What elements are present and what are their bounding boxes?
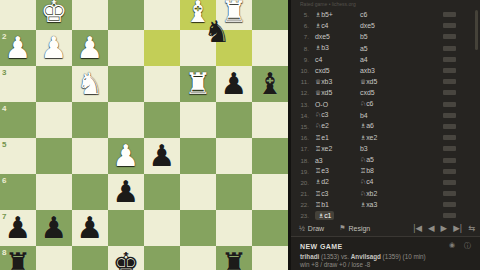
square-g2[interactable]: ♟: [36, 30, 72, 66]
square-f6[interactable]: [72, 174, 108, 210]
nav-first-icon[interactable]: |◀: [413, 223, 422, 233]
square-f3[interactable]: ♞: [72, 66, 108, 102]
white-move[interactable]: dxe5: [315, 33, 330, 40]
move-number: 18.: [296, 157, 309, 164]
move-time-badge: [443, 34, 456, 39]
white-move[interactable]: ♖b1: [315, 201, 329, 208]
chess-board[interactable]: ♚♝♜♟♟♟♞♜♟♝♟♟♟♟♟♟♜♚♜2345678: [0, 0, 288, 270]
square-a6[interactable]: [252, 174, 288, 210]
black-move[interactable]: c6: [360, 11, 405, 18]
square-c7[interactable]: [180, 210, 216, 246]
move-row-23: 23.♗c1: [296, 210, 477, 221]
white-move[interactable]: ♕xd5: [315, 89, 332, 96]
square-a5[interactable]: [252, 138, 288, 174]
square-d2[interactable]: [144, 30, 180, 66]
move-time-badge: [443, 202, 456, 207]
white-move[interactable]: c4: [315, 56, 322, 63]
white-king-g1[interactable]: ♚: [36, 0, 72, 30]
square-d6[interactable]: [144, 174, 180, 210]
black-move[interactable]: b4: [360, 112, 405, 119]
square-f1[interactable]: [72, 0, 108, 30]
black-move[interactable]: ♗xa3: [360, 201, 405, 209]
square-a2[interactable]: [252, 30, 288, 66]
move-time-badge: [443, 23, 456, 28]
move-number: 9.: [296, 56, 309, 63]
rank-label-4: 4: [2, 104, 12, 113]
move-time-badge: [443, 90, 456, 95]
square-g8[interactable]: [36, 246, 72, 270]
square-d3[interactable]: [144, 66, 180, 102]
move-row-19: 19.♖e3♖b8: [296, 166, 477, 177]
move-number: 5.: [296, 11, 309, 18]
move-time-badge: [443, 102, 456, 107]
move-time-badge: [443, 180, 456, 185]
nav-next-icon[interactable]: ▶: [441, 223, 448, 233]
vs-label: vs.: [341, 253, 349, 260]
move-number: 15.: [296, 123, 309, 130]
black-move[interactable]: ♕xd5: [360, 78, 405, 86]
square-h1[interactable]: [0, 0, 36, 30]
black-move[interactable]: a4: [360, 56, 405, 63]
black-move[interactable]: axb3: [360, 67, 405, 74]
move-time-badge: [443, 46, 456, 51]
square-e5[interactable]: ♟: [108, 138, 144, 174]
square-d1[interactable]: [144, 0, 180, 30]
move-number: 22.: [296, 201, 309, 208]
nav-prev-icon[interactable]: ◀: [428, 223, 435, 233]
nav-last-icon[interactable]: ▶|: [453, 223, 462, 233]
square-e6[interactable]: ♟: [108, 174, 144, 210]
square-a3[interactable]: ♝: [252, 66, 288, 102]
move-number: 8.: [296, 45, 309, 52]
move-time-badge: [443, 135, 456, 140]
black-move[interactable]: ♗a6: [360, 122, 405, 130]
square-g3[interactable]: [36, 66, 72, 102]
square-d8[interactable]: [144, 246, 180, 270]
square-f5[interactable]: [72, 138, 108, 174]
move-row-11: 11.♕xb3♕xd5: [296, 76, 477, 87]
square-b5[interactable]: [216, 138, 252, 174]
black-move[interactable]: ♘xb2: [360, 190, 405, 198]
new-game-title: NEW GAME: [300, 243, 342, 250]
move-time-badge: [443, 57, 456, 62]
square-f4[interactable]: [72, 102, 108, 138]
move-row-12: 12.♕xd5cxd5: [296, 87, 477, 98]
rank-label-7: 7: [2, 212, 12, 221]
white-move[interactable]: ♖e3: [315, 167, 329, 174]
black-move[interactable]: dxe5: [360, 22, 405, 29]
move-number: 13.: [296, 101, 309, 108]
black-player-rating: (1359): [383, 253, 401, 260]
black-pawn-f7[interactable]: ♟: [72, 210, 108, 246]
black-move[interactable]: ♘c6: [360, 100, 405, 108]
white-move[interactable]: ♖xe2: [315, 145, 332, 152]
black-king-e8[interactable]: ♚: [108, 246, 144, 270]
move-navigation: |◀ ◀ ▶ ▶| ⇆: [413, 223, 475, 233]
black-move[interactable]: ♗xe2: [360, 134, 405, 142]
square-e4[interactable]: [108, 102, 144, 138]
square-c5[interactable]: [180, 138, 216, 174]
move-row-8: 8.♗b3a5: [296, 43, 477, 54]
move-number: 12.: [296, 89, 309, 96]
move-row-14: 14.♘c3b4: [296, 110, 477, 121]
black-move[interactable]: ♘c4: [360, 178, 405, 186]
resign-label: Resign: [348, 225, 370, 232]
square-a8[interactable]: [252, 246, 288, 270]
move-time-badge: [443, 124, 456, 129]
players-line: trihadi (1353) vs. Anvilsagd (1359) (10 …: [300, 253, 471, 260]
white-move[interactable]: ♘e2: [315, 122, 329, 129]
black-move[interactable]: b5: [360, 33, 405, 40]
move-row-17: 17.♖xe2b3: [296, 143, 477, 154]
game-side-panel: Rated game • lichess.org 5.♗b5+c66.♗c4dx…: [288, 0, 480, 270]
move-row-5: 5.♗b5+c6: [296, 9, 477, 20]
draw-label: Draw: [308, 225, 324, 232]
white-move[interactable]: a3: [315, 157, 323, 164]
move-row-15: 15.♘e2♗a6: [296, 121, 477, 132]
square-f2[interactable]: ♟: [72, 30, 108, 66]
black-pawn-d5[interactable]: ♟: [144, 138, 180, 174]
move-row-9: 9.c4a4: [296, 54, 477, 65]
white-move[interactable]: ♗c1: [315, 211, 334, 220]
new-game-section: NEW GAME ◉ ⓘ trihadi (1353) vs. Anvilsag…: [291, 236, 480, 270]
lichess-game-screen: { "game": "chess", "orientation": "black…: [0, 0, 480, 270]
move-number: 19.: [296, 168, 309, 175]
black-move[interactable]: cxd5: [360, 89, 405, 96]
white-pawn-f2[interactable]: ♟: [72, 30, 108, 66]
move-time-badge: [443, 169, 456, 174]
square-b4[interactable]: [216, 102, 252, 138]
game-meta-line: Rated game • lichess.org: [300, 1, 474, 8]
move-number: 21.: [296, 190, 309, 197]
white-rook-c3[interactable]: ♜: [180, 66, 216, 102]
square-e1[interactable]: [108, 0, 144, 30]
square-d4[interactable]: [144, 102, 180, 138]
white-pawn-e5[interactable]: ♟: [108, 138, 144, 174]
time-control: (10 min): [403, 253, 426, 260]
black-rook-b8[interactable]: ♜: [216, 246, 252, 270]
square-c6[interactable]: [180, 174, 216, 210]
white-move[interactable]: ♗b5+: [315, 11, 333, 18]
square-a1[interactable]: [252, 0, 288, 30]
square-b3[interactable]: ♟: [216, 66, 252, 102]
square-g7[interactable]: ♟: [36, 210, 72, 246]
white-move[interactable]: ♗c4: [315, 22, 328, 29]
black-pawn-e6[interactable]: ♟: [108, 174, 144, 210]
square-a4[interactable]: [252, 102, 288, 138]
move-number: 23.: [296, 212, 309, 219]
move-time-badge: [443, 68, 456, 73]
white-move[interactable]: ♕xb3: [315, 78, 332, 85]
square-d5[interactable]: ♟: [144, 138, 180, 174]
rank-label-6: 6: [2, 176, 12, 185]
square-d7[interactable]: [144, 210, 180, 246]
white-player-name[interactable]: trihadi: [300, 253, 319, 260]
black-move[interactable]: ♖b8: [360, 167, 405, 175]
move-number: 6.: [296, 22, 309, 29]
rank-label-8: 8: [2, 248, 12, 257]
white-move[interactable]: O-O: [315, 101, 328, 108]
white-pawn-g2[interactable]: ♟: [36, 30, 72, 66]
move-row-21: 21.♖c3♘xb2: [296, 188, 477, 199]
move-time-badge: [443, 12, 456, 17]
square-f8[interactable]: [72, 246, 108, 270]
move-row-6: 6.♗c4dxe5: [296, 20, 477, 31]
square-g6[interactable]: [36, 174, 72, 210]
move-list-scrollbar[interactable]: [475, 10, 478, 50]
black-pawn-b3[interactable]: ♟: [216, 66, 252, 102]
move-number: 10.: [296, 67, 309, 74]
white-move[interactable]: ♖e1: [315, 134, 329, 141]
move-number: 17.: [296, 145, 309, 152]
square-g1[interactable]: ♚: [36, 0, 72, 30]
draw-button[interactable]: ½ Draw: [299, 225, 324, 232]
square-e3[interactable]: [108, 66, 144, 102]
black-pawn-g7[interactable]: ♟: [36, 210, 72, 246]
move-number: 7.: [296, 33, 309, 40]
flag-icon: ⚑: [339, 224, 345, 232]
white-knight-f3[interactable]: ♞: [72, 66, 108, 102]
move-number: 14.: [296, 112, 309, 119]
square-b8[interactable]: ♜: [216, 246, 252, 270]
square-b6[interactable]: [216, 174, 252, 210]
square-b7[interactable]: [216, 210, 252, 246]
white-move[interactable]: ♘c3: [315, 111, 328, 118]
info-icon[interactable]: ⓘ: [464, 241, 471, 251]
dragged-black-knight[interactable]: ♞: [199, 13, 235, 49]
move-number: 11.: [296, 78, 309, 85]
black-player-name[interactable]: Anvilsagd: [351, 253, 381, 260]
move-row-20: 20.♗d2♘c4: [296, 177, 477, 188]
square-c3[interactable]: ♜: [180, 66, 216, 102]
square-e2[interactable]: [108, 30, 144, 66]
rank-label-2: 2: [2, 32, 12, 41]
move-row-7: 7.dxe5b5: [296, 31, 477, 42]
white-move[interactable]: ♗b3: [315, 44, 329, 51]
square-c8[interactable]: [180, 246, 216, 270]
move-row-22: 22.♖b1♗xa3: [296, 199, 477, 210]
spectators-icon[interactable]: ◉: [449, 241, 455, 251]
white-move[interactable]: ♗d2: [315, 178, 329, 185]
rank-label-3: 3: [2, 68, 12, 77]
move-row-16: 16.♖e1♗xe2: [296, 132, 477, 143]
square-c4[interactable]: [180, 102, 216, 138]
move-row-10: 10.cxd5axb3: [296, 65, 477, 76]
black-move[interactable]: b3: [360, 145, 405, 152]
move-number: 16.: [296, 134, 309, 141]
resign-button[interactable]: ⚑ Resign: [339, 224, 370, 232]
move-number: 20.: [296, 179, 309, 186]
black-move[interactable]: a5: [360, 45, 405, 52]
move-time-badge: [443, 79, 456, 84]
nav-flip-icon[interactable]: ⇆: [468, 223, 475, 233]
move-time-badge: [443, 191, 456, 196]
move-row-18: 18.a3♘a5: [296, 154, 477, 165]
move-row-13: 13.O-O♘c6: [296, 99, 477, 110]
square-e7[interactable]: [108, 210, 144, 246]
half-point-icon: ½: [299, 225, 305, 232]
rank-label-5: 5: [2, 140, 12, 149]
black-bishop-a3[interactable]: ♝: [252, 66, 288, 102]
move-time-badge: [443, 213, 456, 218]
square-f7[interactable]: ♟: [72, 210, 108, 246]
move-time-badge: [443, 113, 456, 118]
white-move[interactable]: ♖c3: [315, 190, 328, 197]
white-player-rating: (1353): [321, 253, 339, 260]
move-time-badge: [443, 146, 456, 151]
game-controls: ½ Draw ⚑ Resign |◀ ◀ ▶ ▶| ⇆: [299, 221, 475, 235]
square-a7[interactable]: [252, 210, 288, 246]
black-move[interactable]: ♘a5: [360, 156, 405, 164]
square-e8[interactable]: ♚: [108, 246, 144, 270]
white-move[interactable]: cxd5: [315, 67, 330, 74]
move-list[interactable]: 5.♗b5+c66.♗c4dxe57.dxe5b58.♗b3a59.c4a410…: [296, 9, 477, 222]
rating-stakes-line: win +8 / draw +0 / lose -8: [300, 261, 471, 268]
square-g5[interactable]: [36, 138, 72, 174]
square-g4[interactable]: [36, 102, 72, 138]
move-time-badge: [443, 158, 456, 163]
